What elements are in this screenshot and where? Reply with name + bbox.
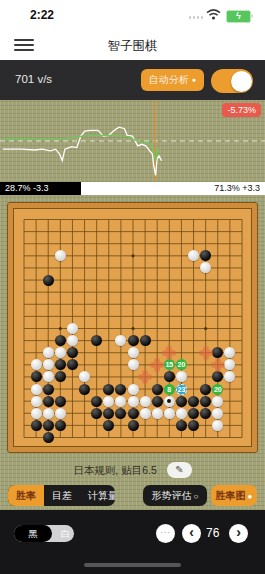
white-stone	[176, 371, 187, 382]
white-stone	[224, 359, 235, 370]
black-stone	[55, 335, 66, 346]
candidate-move-badge: 20	[176, 359, 187, 370]
clock: 2:22	[30, 8, 54, 22]
analysis-toolbar: 701 v/s 自动分析●	[0, 60, 265, 100]
black-stone	[212, 347, 223, 358]
black-stone	[55, 396, 66, 407]
winrate-bar-white: 71.3% +3.3	[81, 182, 265, 195]
white-stone	[128, 396, 139, 407]
move-number: 76	[206, 526, 219, 540]
go-board[interactable]: 152082320	[8, 203, 257, 452]
policy-heat-mark	[142, 374, 148, 380]
white-stone	[128, 347, 139, 358]
black-stone	[79, 384, 90, 395]
tab-winrate[interactable]: 胜率	[8, 485, 44, 506]
white-stone	[140, 408, 151, 419]
metric-segmented-control: 胜率 目差 计算量	[8, 485, 115, 506]
stones-layer: 152082320	[8, 203, 257, 452]
auto-analyze-dot-icon: ●	[192, 76, 196, 83]
black-stone	[43, 432, 54, 443]
black-stone	[200, 384, 211, 395]
next-move-button[interactable]: ›	[229, 524, 248, 543]
black-stone	[55, 420, 66, 431]
analysis-tabs: 胜率 目差 计算量 形势评估○ 胜率图●	[0, 485, 265, 507]
black-stone	[188, 408, 199, 419]
rules-row: 日本规则, 贴目6.5 ✎	[0, 458, 265, 482]
policy-heat-mark	[166, 350, 172, 356]
black-stone	[115, 384, 126, 395]
white-stone	[43, 347, 54, 358]
black-stone	[200, 396, 211, 407]
white-stone	[200, 262, 211, 273]
status-bar: 2:22 ϟ	[0, 0, 265, 30]
white-stone	[212, 408, 223, 419]
black-stone	[43, 396, 54, 407]
white-stone	[128, 384, 139, 395]
black-stone	[31, 420, 42, 431]
white-stone	[31, 384, 42, 395]
more-button[interactable]: ···	[156, 524, 175, 543]
white-stone	[43, 371, 54, 382]
policy-heat-mark	[203, 350, 209, 356]
nav-bar: 智子围棋	[0, 30, 265, 60]
white-stone	[31, 396, 42, 407]
white-stone	[140, 396, 151, 407]
black-stone	[140, 335, 151, 346]
white-stone	[43, 408, 54, 419]
tab-shape-eval[interactable]: 形势评估○	[143, 485, 207, 506]
visits-per-second: 701 v/s	[15, 73, 52, 85]
circle-outline-icon: ○	[194, 492, 199, 501]
black-stone	[43, 275, 54, 286]
white-stone	[164, 408, 175, 419]
white-stone	[31, 408, 42, 419]
candidate-move-selected: 23	[176, 384, 187, 395]
battery-charging-icon: ϟ	[226, 10, 251, 23]
black-stone	[128, 335, 139, 346]
tab-winrate-graph[interactable]: 胜率图●	[211, 485, 257, 506]
black-stone	[200, 408, 211, 419]
battery-bolt: ϟ	[236, 11, 241, 21]
black-stone	[188, 420, 199, 431]
white-stone	[67, 323, 78, 334]
black-stone	[200, 250, 211, 261]
winrate-bar-black: 28.7% -3.3	[0, 182, 81, 195]
white-stone	[212, 396, 223, 407]
white-stone	[188, 250, 199, 261]
candidate-move-badge: 20	[212, 384, 223, 395]
white-stone	[31, 359, 42, 370]
winrate-delta-badge: -5.73%	[222, 103, 261, 117]
white-stone	[55, 250, 66, 261]
black-stone	[91, 335, 102, 346]
black-stone	[67, 347, 78, 358]
series-black-winrate-raw	[3, 127, 162, 175]
color-toggle[interactable]: 黑 白	[14, 525, 74, 542]
prev-move-button[interactable]: ‹	[182, 524, 201, 543]
circle-filled-icon: ●	[248, 492, 253, 501]
winrate-split-bar: 28.7% -3.3 71.3% +3.3	[0, 182, 265, 195]
toggle-knob	[231, 71, 252, 92]
black-stone	[164, 371, 175, 382]
analysis-toggle-switch[interactable]	[211, 69, 253, 93]
tab-computation[interactable]: 计算量	[80, 485, 115, 506]
black-stone	[103, 420, 114, 431]
black-stone	[152, 396, 163, 407]
black-stone	[91, 396, 102, 407]
black-option[interactable]: 黑	[14, 525, 52, 542]
white-stone	[128, 359, 139, 370]
black-stone	[91, 408, 102, 419]
black-stone	[128, 420, 139, 431]
white-stone	[224, 347, 235, 358]
black-stone	[103, 384, 114, 395]
bottom-control-bar: 黑 白 ··· ‹ 76 ›	[0, 510, 265, 574]
white-stone	[115, 335, 126, 346]
black-stone	[31, 371, 42, 382]
white-stone	[67, 335, 78, 346]
candidate-move-badge: 8	[164, 384, 175, 395]
white-stone	[115, 396, 126, 407]
black-stone	[55, 371, 66, 382]
white-stone	[224, 371, 235, 382]
black-stone	[43, 420, 54, 431]
black-stone	[188, 396, 199, 407]
cellular-icon	[189, 16, 204, 19]
pencil-icon: ✎	[175, 464, 183, 475]
black-stone	[103, 408, 114, 419]
board-background: -5.73% 28.7% -3.3 71.3% +3.3 152082320 日…	[0, 100, 265, 510]
black-stone	[152, 384, 163, 395]
edit-rules-button[interactable]: ✎	[167, 462, 191, 478]
white-stone	[176, 408, 187, 419]
black-stone	[115, 408, 126, 419]
black-stone	[43, 384, 54, 395]
white-stone	[79, 371, 90, 382]
policy-heat-mark	[154, 362, 160, 368]
policy-heat-mark	[215, 362, 221, 368]
auto-analyze-button[interactable]: 自动分析●	[141, 69, 204, 91]
tab-score-diff[interactable]: 目差	[44, 485, 80, 506]
app-title: 智子围棋	[0, 38, 265, 55]
black-stone	[55, 359, 66, 370]
black-stone	[176, 420, 187, 431]
white-stone	[103, 396, 114, 407]
black-stone	[67, 359, 78, 370]
black-stone	[128, 408, 139, 419]
white-stone	[43, 359, 54, 370]
white-stone	[152, 408, 163, 419]
rules-label: 日本规则, 贴目6.5	[73, 464, 156, 476]
wifi-icon	[206, 9, 221, 20]
white-stone	[55, 347, 66, 358]
black-stone	[176, 396, 187, 407]
candidate-move-badge: 15	[164, 359, 175, 370]
white-option[interactable]: 白	[61, 525, 71, 542]
series-black-winrate-smooth	[3, 135, 161, 160]
white-stone	[212, 420, 223, 431]
home-indicator	[84, 563, 181, 567]
white-stone	[55, 408, 66, 419]
black-stone	[212, 371, 223, 382]
